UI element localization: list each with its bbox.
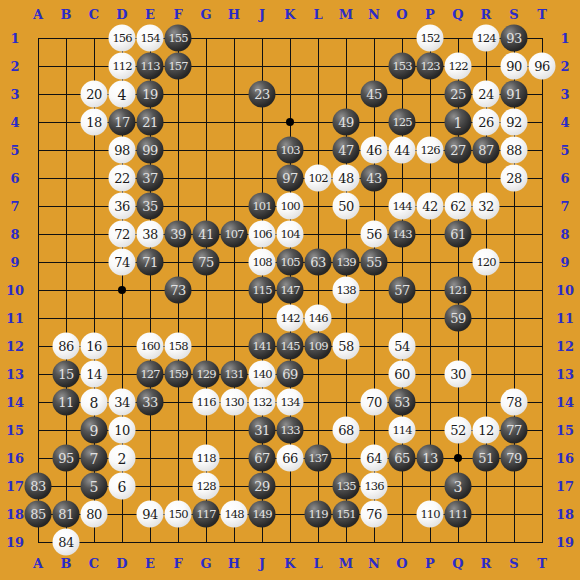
stone-white-E8: 38	[137, 221, 164, 248]
row-label-right-10: 10	[556, 284, 574, 297]
row-label-right-14: 14	[556, 396, 574, 409]
move-number: 119	[308, 508, 327, 520]
stone-white-Q15: 52	[445, 417, 472, 444]
stone-black-L16: 137	[305, 445, 332, 472]
move-number: 65	[394, 452, 410, 465]
column-label-bottom-E: E	[145, 557, 155, 570]
stone-black-E14: 33	[137, 389, 164, 416]
stone-black-E3: 19	[137, 81, 164, 108]
move-number: 76	[366, 508, 382, 521]
stone-white-O13: 60	[389, 361, 416, 388]
column-label-top-P: P	[425, 8, 435, 21]
move-number: 109	[308, 340, 327, 352]
stone-white-R1: 124	[473, 25, 500, 52]
move-number: 75	[198, 256, 214, 269]
row-label-right-15: 15	[556, 424, 574, 437]
move-number: 43	[366, 172, 382, 185]
row-label-left-2: 2	[10, 60, 19, 73]
column-label-top-E: E	[145, 8, 155, 21]
move-number: 57	[394, 284, 410, 297]
stone-black-Q8: 61	[445, 221, 472, 248]
column-label-bottom-R: R	[481, 557, 492, 570]
stone-black-E13: 127	[137, 361, 164, 388]
stone-black-P2: 123	[417, 53, 444, 80]
move-number: 27	[450, 144, 466, 157]
move-number: 97	[282, 172, 298, 185]
move-number: 101	[252, 200, 271, 212]
move-number: 152	[420, 32, 439, 44]
move-number: 137	[308, 452, 327, 464]
move-number: 33	[142, 396, 158, 409]
stone-black-Q4: 1	[445, 109, 472, 136]
move-number: 90	[506, 60, 522, 73]
stone-white-S4: 92	[501, 109, 528, 136]
vertical-line-T	[542, 38, 543, 543]
move-number: 115	[252, 284, 271, 296]
move-number: 128	[196, 480, 215, 492]
move-number: 130	[224, 396, 243, 408]
move-number: 126	[420, 144, 439, 156]
move-number: 114	[392, 424, 411, 436]
stone-white-K11: 142	[277, 305, 304, 332]
stone-black-M17: 135	[333, 473, 360, 500]
stone-white-S5: 88	[501, 137, 528, 164]
stone-white-P5: 126	[417, 137, 444, 164]
move-number: 154	[140, 32, 159, 44]
move-number: 104	[280, 228, 299, 240]
stone-black-S15: 77	[501, 417, 528, 444]
move-number: 36	[114, 200, 130, 213]
move-number: 142	[280, 312, 299, 324]
move-number: 3	[454, 479, 463, 493]
stone-black-Q18: 111	[445, 501, 472, 528]
row-label-left-1: 1	[10, 32, 19, 45]
row-label-right-9: 9	[560, 256, 569, 269]
stone-white-L6: 102	[305, 165, 332, 192]
move-number: 112	[112, 60, 131, 72]
move-number: 94	[142, 508, 158, 521]
move-number: 74	[114, 256, 130, 269]
row-label-left-6: 6	[10, 172, 19, 185]
stone-black-O8: 143	[389, 221, 416, 248]
stone-black-E7: 35	[137, 193, 164, 220]
stone-white-D9: 74	[109, 249, 136, 276]
stone-black-J17: 29	[249, 473, 276, 500]
move-number: 129	[196, 368, 215, 380]
stone-black-J16: 67	[249, 445, 276, 472]
move-number: 47	[338, 144, 354, 157]
column-label-top-N: N	[368, 8, 380, 21]
row-label-left-14: 14	[6, 396, 24, 409]
move-number: 117	[196, 508, 215, 520]
row-label-right-19: 19	[556, 536, 574, 549]
stone-white-N5: 46	[361, 137, 388, 164]
column-label-bottom-C: C	[89, 557, 99, 570]
row-label-left-16: 16	[6, 452, 24, 465]
stone-black-F8: 39	[165, 221, 192, 248]
column-label-top-L: L	[313, 8, 322, 21]
stone-black-B18: 81	[53, 501, 80, 528]
move-number: 95	[58, 452, 74, 465]
stone-black-L9: 63	[305, 249, 332, 276]
move-number: 56	[366, 228, 382, 241]
move-number: 148	[224, 508, 243, 520]
stone-black-F10: 73	[165, 277, 192, 304]
stone-black-Q5: 27	[445, 137, 472, 164]
move-number: 25	[450, 88, 466, 101]
stone-black-J7: 101	[249, 193, 276, 220]
column-label-bottom-Q: Q	[452, 557, 463, 570]
stone-black-B16: 95	[53, 445, 80, 472]
move-number: 15	[58, 368, 74, 381]
stone-black-D4: 17	[109, 109, 136, 136]
move-number: 16	[86, 340, 102, 353]
move-number: 69	[282, 368, 298, 381]
star-point-Q16	[454, 454, 462, 462]
row-label-left-19: 19	[6, 536, 24, 549]
move-number: 139	[336, 256, 355, 268]
stone-white-R4: 26	[473, 109, 500, 136]
star-point-K4	[286, 118, 294, 126]
move-number: 136	[364, 480, 383, 492]
move-number: 99	[142, 144, 158, 157]
column-label-top-H: H	[228, 8, 240, 21]
stone-white-Q2: 122	[445, 53, 472, 80]
row-label-right-1: 1	[560, 32, 569, 45]
move-number: 41	[198, 228, 214, 241]
row-label-left-5: 5	[10, 144, 19, 157]
stone-black-O16: 65	[389, 445, 416, 472]
stone-white-O15: 114	[389, 417, 416, 444]
move-number: 72	[114, 228, 130, 241]
move-number: 100	[280, 200, 299, 212]
column-label-top-R: R	[481, 8, 492, 21]
row-label-right-4: 4	[560, 116, 569, 129]
stone-black-J10: 115	[249, 277, 276, 304]
move-number: 5	[90, 479, 99, 493]
row-label-left-11: 11	[6, 312, 24, 325]
move-number: 61	[450, 228, 466, 241]
move-number: 84	[58, 536, 74, 549]
horizontal-line-19	[38, 542, 543, 543]
stone-white-D3: 4	[109, 81, 136, 108]
row-label-left-8: 8	[10, 228, 19, 241]
column-label-bottom-K: K	[284, 557, 295, 570]
move-number: 122	[448, 60, 467, 72]
row-label-left-3: 3	[10, 88, 19, 101]
move-number: 87	[478, 144, 494, 157]
move-number: 49	[338, 116, 354, 129]
stone-white-Q7: 62	[445, 193, 472, 220]
stone-white-D6: 22	[109, 165, 136, 192]
move-number: 80	[86, 508, 102, 521]
move-number: 44	[394, 144, 410, 157]
stone-white-D14: 34	[109, 389, 136, 416]
stone-black-F13: 159	[165, 361, 192, 388]
stone-black-S16: 79	[501, 445, 528, 472]
column-label-bottom-A: A	[33, 557, 43, 570]
stone-black-C15: 9	[81, 417, 108, 444]
column-label-top-B: B	[61, 8, 72, 21]
move-number: 158	[168, 340, 187, 352]
move-number: 54	[394, 340, 410, 353]
stone-white-G17: 128	[193, 473, 220, 500]
move-number: 32	[478, 200, 494, 213]
move-number: 85	[30, 508, 46, 521]
row-label-left-4: 4	[10, 116, 19, 129]
column-label-bottom-L: L	[313, 557, 322, 570]
stone-black-J12: 141	[249, 333, 276, 360]
stone-white-R15: 12	[473, 417, 500, 444]
move-number: 29	[254, 480, 270, 493]
stone-white-T2: 96	[529, 53, 556, 80]
row-label-left-10: 10	[6, 284, 24, 297]
move-number: 78	[506, 396, 522, 409]
stone-white-N16: 64	[361, 445, 388, 472]
move-number: 71	[142, 256, 158, 269]
move-number: 140	[252, 368, 271, 380]
move-number: 151	[336, 508, 355, 520]
stone-white-K7: 100	[277, 193, 304, 220]
move-number: 23	[254, 88, 270, 101]
move-number: 118	[196, 452, 215, 464]
move-number: 51	[478, 452, 494, 465]
stone-white-D7: 36	[109, 193, 136, 220]
stone-black-K10: 147	[277, 277, 304, 304]
stone-white-B19: 84	[53, 529, 80, 556]
stone-white-O12: 54	[389, 333, 416, 360]
stone-white-R9: 120	[473, 249, 500, 276]
stone-white-F18: 150	[165, 501, 192, 528]
stone-black-Q11: 59	[445, 305, 472, 332]
stone-black-A17: 83	[25, 473, 52, 500]
stone-black-L18: 119	[305, 501, 332, 528]
column-label-bottom-D: D	[116, 557, 127, 570]
stone-white-C12: 16	[81, 333, 108, 360]
move-number: 8	[90, 395, 99, 409]
column-label-bottom-G: G	[200, 557, 211, 570]
move-number: 108	[252, 256, 271, 268]
stone-black-C17: 5	[81, 473, 108, 500]
stone-white-S14: 78	[501, 389, 528, 416]
stone-black-R16: 51	[473, 445, 500, 472]
move-number: 67	[254, 452, 270, 465]
stone-black-N3: 45	[361, 81, 388, 108]
stone-white-L11: 146	[305, 305, 332, 332]
move-number: 21	[142, 116, 158, 129]
stone-white-N18: 76	[361, 501, 388, 528]
move-number: 153	[392, 60, 411, 72]
move-number: 55	[366, 256, 382, 269]
move-number: 45	[366, 88, 382, 101]
stone-white-D15: 10	[109, 417, 136, 444]
move-number: 110	[420, 508, 439, 520]
stone-black-M5: 47	[333, 137, 360, 164]
move-number: 91	[506, 88, 522, 101]
stone-black-E6: 37	[137, 165, 164, 192]
move-number: 7	[90, 451, 99, 465]
stone-white-E12: 160	[137, 333, 164, 360]
move-number: 62	[450, 200, 466, 213]
move-number: 146	[308, 312, 327, 324]
stone-white-O5: 44	[389, 137, 416, 164]
stone-white-C3: 20	[81, 81, 108, 108]
move-number: 58	[338, 340, 354, 353]
move-number: 127	[140, 368, 159, 380]
stone-white-C14: 8	[81, 389, 108, 416]
move-number: 37	[142, 172, 158, 185]
move-number: 88	[506, 144, 522, 157]
row-label-left-7: 7	[10, 200, 19, 213]
stone-black-O14: 53	[389, 389, 416, 416]
stone-black-B14: 11	[53, 389, 80, 416]
row-label-right-3: 3	[560, 88, 569, 101]
move-number: 160	[140, 340, 159, 352]
move-number: 106	[252, 228, 271, 240]
stone-black-Q17: 3	[445, 473, 472, 500]
move-number: 9	[90, 423, 99, 437]
row-label-left-15: 15	[6, 424, 24, 437]
move-number: 26	[478, 116, 494, 129]
move-number: 22	[114, 172, 130, 185]
stone-white-C18: 80	[81, 501, 108, 528]
move-number: 123	[420, 60, 439, 72]
column-label-bottom-T: T	[537, 557, 547, 570]
stone-black-A18: 85	[25, 501, 52, 528]
stone-white-C13: 14	[81, 361, 108, 388]
stone-black-C16: 7	[81, 445, 108, 472]
move-number: 155	[168, 32, 187, 44]
row-label-left-9: 9	[10, 256, 19, 269]
stone-black-E2: 113	[137, 53, 164, 80]
move-number: 73	[170, 284, 186, 297]
row-label-left-13: 13	[6, 368, 24, 381]
stone-white-K16: 66	[277, 445, 304, 472]
move-number: 133	[280, 424, 299, 436]
move-number: 53	[394, 396, 410, 409]
column-label-top-D: D	[116, 8, 127, 21]
row-label-right-18: 18	[556, 508, 574, 521]
move-number: 64	[366, 452, 382, 465]
stone-white-M12: 58	[333, 333, 360, 360]
stone-black-G9: 75	[193, 249, 220, 276]
stone-white-H18: 148	[221, 501, 248, 528]
stone-black-Q3: 25	[445, 81, 472, 108]
move-number: 48	[338, 172, 354, 185]
column-label-top-J: J	[259, 8, 265, 21]
row-label-right-8: 8	[560, 228, 569, 241]
go-board: AABBCCDDEEFFGGHHJJKKLLMMNNOOPPQQRRSSTT11…	[0, 0, 580, 580]
stone-white-R3: 24	[473, 81, 500, 108]
move-number: 105	[280, 256, 299, 268]
move-number: 103	[280, 144, 299, 156]
column-label-bottom-O: O	[396, 557, 407, 570]
column-label-top-F: F	[173, 8, 182, 21]
stone-black-H13: 131	[221, 361, 248, 388]
row-label-right-11: 11	[556, 312, 574, 325]
move-number: 141	[252, 340, 271, 352]
move-number: 79	[506, 452, 522, 465]
move-number: 98	[114, 144, 130, 157]
stone-black-O10: 57	[389, 277, 416, 304]
stone-white-N14: 70	[361, 389, 388, 416]
move-number: 116	[196, 396, 215, 408]
stone-white-O7: 144	[389, 193, 416, 220]
stone-white-R7: 32	[473, 193, 500, 220]
move-number: 18	[86, 116, 102, 129]
stone-white-F12: 158	[165, 333, 192, 360]
row-label-right-5: 5	[560, 144, 569, 157]
move-number: 92	[506, 116, 522, 129]
stone-black-G8: 41	[193, 221, 220, 248]
move-number: 30	[450, 368, 466, 381]
move-number: 134	[280, 396, 299, 408]
column-label-bottom-F: F	[173, 557, 182, 570]
stone-white-D5: 98	[109, 137, 136, 164]
stone-black-R5: 87	[473, 137, 500, 164]
move-number: 19	[142, 88, 158, 101]
row-label-right-13: 13	[556, 368, 574, 381]
move-number: 28	[506, 172, 522, 185]
move-number: 83	[30, 480, 46, 493]
stone-white-D17: 6	[109, 473, 136, 500]
stone-black-G18: 117	[193, 501, 220, 528]
stone-black-O2: 153	[389, 53, 416, 80]
stone-white-S2: 90	[501, 53, 528, 80]
stone-white-H14: 130	[221, 389, 248, 416]
move-number: 138	[336, 284, 355, 296]
column-label-top-M: M	[339, 8, 353, 21]
stone-white-E18: 94	[137, 501, 164, 528]
stone-black-N6: 43	[361, 165, 388, 192]
move-number: 1	[454, 115, 463, 129]
stone-white-J9: 108	[249, 249, 276, 276]
move-number: 42	[422, 200, 438, 213]
move-number: 52	[450, 424, 466, 437]
move-number: 143	[392, 228, 411, 240]
stone-white-N8: 56	[361, 221, 388, 248]
stone-black-Q10: 121	[445, 277, 472, 304]
column-label-bottom-P: P	[425, 557, 435, 570]
move-number: 63	[310, 256, 326, 269]
stone-white-D1: 156	[109, 25, 136, 52]
move-number: 68	[338, 424, 354, 437]
move-number: 144	[392, 200, 411, 212]
stone-black-B13: 15	[53, 361, 80, 388]
move-number: 102	[308, 172, 327, 184]
move-number: 132	[252, 396, 271, 408]
move-number: 96	[534, 60, 550, 73]
stone-white-K8: 104	[277, 221, 304, 248]
move-number: 6	[118, 479, 127, 493]
stone-black-M9: 139	[333, 249, 360, 276]
move-number: 35	[142, 200, 158, 213]
move-number: 81	[58, 508, 74, 521]
move-number: 113	[140, 60, 159, 72]
stone-black-F2: 157	[165, 53, 192, 80]
column-label-bottom-B: B	[61, 557, 72, 570]
move-number: 2	[118, 451, 127, 465]
column-label-top-C: C	[89, 8, 99, 21]
move-number: 121	[448, 284, 467, 296]
column-label-top-S: S	[509, 8, 518, 21]
stone-white-G16: 118	[193, 445, 220, 472]
move-number: 157	[168, 60, 187, 72]
move-number: 86	[58, 340, 74, 353]
stone-white-D2: 112	[109, 53, 136, 80]
move-number: 24	[478, 88, 494, 101]
row-label-right-7: 7	[560, 200, 569, 213]
